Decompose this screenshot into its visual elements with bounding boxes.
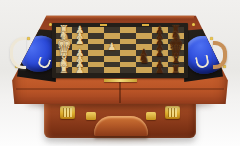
brass-plaque [104,79,137,82]
board-hinge-left [100,24,107,26]
case-clasp-right [146,112,156,120]
chess-piece[interactable]: ♟ [76,36,85,46]
brass-screw [192,23,195,26]
case-latch-left [60,106,75,119]
tray-center-seam [119,80,121,103]
rope-handle-left [10,37,26,69]
chess-piece[interactable]: ♟ [108,42,117,52]
brass-screw [210,37,213,40]
chess-piece[interactable]: ♟ [156,65,165,75]
chess-set-photo: ♜♟♟♜♞♟♟♞♝♟♟♝♚♟♟♚♛♟♟♟♛♝♟♞♝♞♟♟♜♟♟♜ [0,0,240,146]
brass-screw [27,37,30,40]
chess-piece[interactable]: ♜ [171,64,181,75]
chess-piece[interactable]: ♜ [59,64,69,75]
chess-piece[interactable]: ♞ [138,51,150,64]
case-handle [94,116,148,136]
chess-piece[interactable]: ♟ [76,65,85,75]
board-hinge-right [142,24,149,26]
chess-piece[interactable]: ♝ [170,50,183,64]
case-clasp-left [86,112,96,120]
chess-piece[interactable]: ♟ [156,48,165,58]
case-latch-right [165,106,180,119]
tray-back-rim [46,15,194,19]
pieces-layer: ♜♟♟♜♞♟♟♞♝♟♟♝♚♟♟♚♛♟♟♟♛♝♟♞♝♞♟♟♜♟♟♜ [56,27,184,73]
